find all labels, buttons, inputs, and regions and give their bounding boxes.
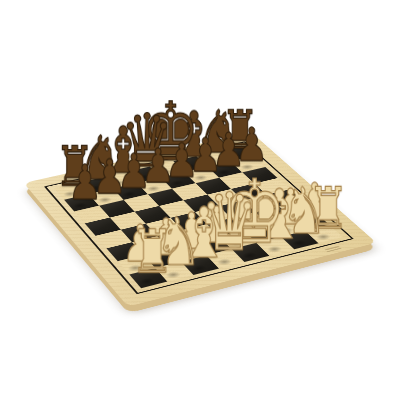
chess-board: ♜♞♝♛♚♝♞♜♟♟♟♟♟♟♟♟♟♟♟♟♟♟♟♟♜♞♝♛♚♝♞♜ (24, 132, 377, 306)
piece-black-pawn[interactable]: ♟ (29, 158, 140, 206)
piece-white-rook[interactable]: ♜ (92, 222, 212, 282)
product-photo-scene: ♜♞♝♛♚♝♞♜♟♟♟♟♟♟♟♟♟♟♟♟♟♟♟♟♜♞♝♛♚♝♞♜ (0, 0, 400, 400)
